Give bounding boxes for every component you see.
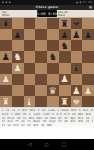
piece-black-king: ♚ (72, 19, 81, 29)
square-h3[interactable] (82, 74, 94, 85)
square-g2[interactable]: ♟ (71, 85, 83, 96)
square-b3[interactable] (12, 74, 24, 85)
square-g6[interactable] (71, 40, 83, 51)
square-d8[interactable] (35, 18, 47, 29)
square-b7[interactable]: ♟ (12, 29, 24, 40)
square-c1[interactable]: ♝ (24, 96, 36, 107)
square-e4[interactable] (47, 63, 59, 74)
square-e6[interactable] (47, 40, 59, 51)
square-a7[interactable] (0, 29, 12, 40)
piece-white-pawn: ♟ (84, 85, 93, 95)
square-c6[interactable] (24, 40, 36, 51)
square-b8[interactable] (12, 18, 24, 29)
piece-black-bishop: ♝ (72, 63, 81, 72)
square-g5[interactable] (71, 51, 83, 62)
piece-white-pawn: ♟ (72, 85, 81, 95)
square-c2[interactable] (24, 85, 36, 96)
move-list-row[interactable]: 22 a3 Re8 23 b4 Ne5 24 Nb5 (2, 124, 94, 128)
black-player-info: Cpu (8) Black (58, 11, 92, 17)
square-f1[interactable]: ♜ (59, 96, 71, 107)
square-a5[interactable]: ♟ (0, 51, 12, 62)
menu-grid-icon[interactable]: ▦ (89, 6, 92, 9)
move-list-panel[interactable]: 1 e4 e5 2 Nf3 Nc6 3 d4 exd4 4 Nxd4 Nf6 5… (0, 107, 94, 139)
square-c4[interactable] (24, 63, 36, 74)
piece-black-pawn: ♟ (72, 30, 81, 40)
square-b2[interactable] (12, 85, 24, 96)
square-d3[interactable] (35, 74, 47, 85)
piece-black-knight: ♞ (60, 41, 69, 51)
wifi-battery-icon: ◢ ▮ (76, 1, 81, 4)
move-list-row[interactable]: 1 e4 e5 2 Nf3 Nc6 3 d4 exd4 4 Nxd4 Nf6 5… (2, 109, 94, 113)
square-a6[interactable] (0, 40, 12, 51)
square-d6[interactable] (35, 40, 47, 51)
square-d4[interactable] (35, 63, 47, 74)
square-d1[interactable] (35, 96, 47, 107)
square-b1[interactable] (12, 96, 24, 107)
square-f3[interactable]: ♟ (59, 74, 71, 85)
square-f8[interactable]: ♜ (59, 18, 71, 29)
black-player-label: Black (58, 14, 92, 17)
square-a2[interactable] (0, 85, 12, 96)
white-player-label: White (2, 14, 36, 17)
square-e7[interactable] (47, 29, 59, 40)
piece-black-pawn: ♟ (84, 30, 93, 40)
square-a1[interactable]: ♜ (0, 96, 12, 107)
square-e5[interactable]: ♞ (47, 51, 59, 62)
white-clock-time: 1:00 (37, 12, 46, 16)
square-f6[interactable]: ♞ (59, 40, 71, 51)
square-d5[interactable] (35, 51, 47, 62)
square-c8[interactable] (24, 18, 36, 29)
square-h1[interactable] (82, 96, 94, 107)
back-icon[interactable]: ◁ (28, 142, 32, 147)
square-g1[interactable]: ♚ (71, 96, 83, 107)
move-list-row[interactable]: bxc6 7 Bd3 d5 8 exd5 cxd5 9 O-O O-O 10 B… (2, 113, 94, 117)
square-h2[interactable]: ♟ (82, 85, 94, 96)
square-a4[interactable] (0, 63, 12, 74)
status-time: 12:30 (83, 1, 92, 4)
square-a8[interactable]: ♜ (0, 18, 12, 29)
piece-white-rook: ♜ (2, 96, 11, 106)
square-g3[interactable] (71, 74, 83, 85)
chess-app-screen: ▪ ▪ ▪ ◢ ▮ 12:30 Chess game ▦ You White 1… (0, 0, 94, 150)
square-h5[interactable] (82, 51, 94, 62)
player-clock-bar: You White 1:00 0:58 Cpu (8) Black (0, 10, 94, 19)
chess-board[interactable]: ♜♜♚♟♟♟♟♞♟♞♞♟♝♟♟♛♟♟♜♝♜♚ (0, 18, 94, 107)
square-f5[interactable] (59, 51, 71, 62)
piece-white-bishop: ♝ (25, 96, 34, 106)
square-d2[interactable] (35, 85, 47, 96)
square-d7[interactable] (35, 29, 47, 40)
recents-icon[interactable]: □ (62, 142, 67, 147)
piece-white-knight: ♞ (13, 52, 22, 62)
square-f7[interactable]: ♟ (59, 29, 71, 40)
square-a3[interactable]: ♟ (0, 74, 12, 85)
piece-black-knight: ♞ (49, 52, 58, 62)
square-c7[interactable] (24, 29, 36, 40)
square-h7[interactable]: ♟ (82, 29, 94, 40)
piece-white-pawn: ♟ (2, 74, 11, 84)
piece-black-pawn: ♟ (2, 52, 11, 62)
square-g8[interactable]: ♚ (71, 18, 83, 29)
square-b5[interactable]: ♞ (12, 51, 24, 62)
white-player-info: You White (2, 11, 36, 17)
notification-icons: ▪ ▪ ▪ (2, 1, 11, 4)
game-clock: 1:00 0:58 (37, 10, 57, 17)
square-e3[interactable] (47, 74, 59, 85)
piece-white-pawn: ♟ (13, 63, 22, 72)
square-b6[interactable] (12, 40, 24, 51)
piece-white-rook: ♜ (60, 96, 69, 106)
square-h8[interactable] (82, 18, 94, 29)
square-e8[interactable] (47, 18, 59, 29)
square-e1[interactable] (47, 96, 59, 107)
square-h6[interactable] (82, 40, 94, 51)
square-g4[interactable]: ♝ (71, 63, 83, 74)
piece-white-king: ♚ (72, 96, 81, 106)
piece-black-pawn: ♟ (13, 30, 22, 40)
square-h4[interactable] (82, 63, 94, 74)
square-e2[interactable]: ♛ (47, 85, 59, 96)
square-f4[interactable] (59, 63, 71, 74)
square-g7[interactable]: ♟ (71, 29, 83, 40)
system-tray: ◢ ▮ 12:30 (76, 1, 92, 4)
square-c5[interactable] (24, 51, 36, 62)
piece-white-pawn: ♟ (60, 74, 69, 84)
piece-black-rook: ♜ (2, 19, 11, 29)
square-f2[interactable] (59, 85, 71, 96)
square-c3[interactable] (24, 74, 36, 85)
piece-black-pawn: ♟ (60, 30, 69, 40)
black-clock-time: 0:58 (48, 12, 57, 16)
piece-white-queen: ♛ (49, 85, 58, 95)
piece-black-rook: ♜ (60, 19, 69, 29)
home-icon[interactable]: ○ (45, 142, 49, 147)
square-b4[interactable]: ♟ (12, 63, 24, 74)
android-nav-bar: ◁ ○ □ (0, 139, 94, 150)
